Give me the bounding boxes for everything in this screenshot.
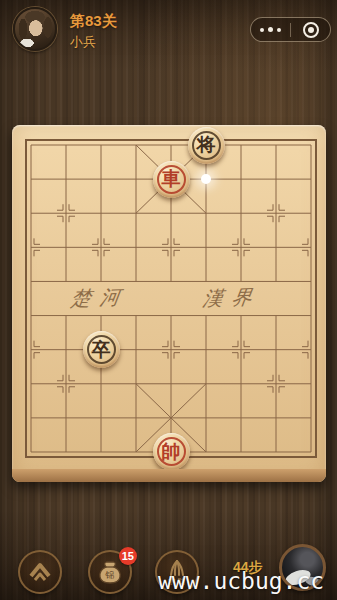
piece-glyph: 帥 xyxy=(153,433,190,470)
chevron-up-icon xyxy=(27,561,53,583)
level-title: 第83关 xyxy=(70,12,117,31)
river-label-left: 楚河 xyxy=(69,283,131,312)
hint-count-badge: 15 xyxy=(119,547,137,565)
dot-icon xyxy=(268,27,273,32)
xiangqi-board[interactable]: 楚河 漢界 将車卒帥 xyxy=(12,125,326,482)
red-chariot-piece[interactable]: 車 xyxy=(153,161,190,198)
wechat-capsule xyxy=(250,17,331,42)
collapse-menu-button[interactable] xyxy=(18,550,62,594)
red-general-piece[interactable]: 帥 xyxy=(153,433,190,470)
target-icon xyxy=(303,22,319,38)
piece-glyph: 車 xyxy=(153,161,190,198)
stage-name: 小兵 xyxy=(70,33,96,51)
app-screen: 第83关 小兵 楚河 漢界 将車卒帥 锦 15 xyxy=(0,0,337,600)
watermark: www.ucbug.cc xyxy=(158,568,324,594)
more-button[interactable] xyxy=(251,18,290,41)
dot-icon xyxy=(260,28,264,32)
piece-glyph: 将 xyxy=(188,127,225,164)
river-label-right: 漢界 xyxy=(201,283,263,312)
black-soldier-piece[interactable]: 卒 xyxy=(83,331,120,368)
piece-glyph: 卒 xyxy=(83,331,120,368)
hint-bag-label: 锦 xyxy=(105,570,115,580)
dot-icon xyxy=(277,28,281,32)
close-minimize-button[interactable] xyxy=(291,18,330,41)
black-general-piece[interactable]: 将 xyxy=(188,127,225,164)
hint-bag-button[interactable]: 锦 15 xyxy=(88,550,132,594)
player-avatar xyxy=(13,7,57,51)
money-bag-icon: 锦 xyxy=(96,558,124,586)
